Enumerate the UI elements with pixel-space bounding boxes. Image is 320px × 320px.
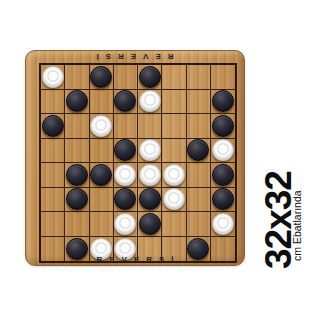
cell-f2[interactable] xyxy=(162,90,186,115)
white-disc[interactable] xyxy=(163,188,185,210)
board-grid[interactable] xyxy=(39,63,237,263)
black-disc[interactable] xyxy=(42,115,64,137)
cell-f4[interactable] xyxy=(162,139,186,164)
black-disc[interactable] xyxy=(212,188,234,210)
cell-g7[interactable] xyxy=(187,212,211,237)
cell-f5[interactable] xyxy=(162,163,186,188)
black-disc[interactable] xyxy=(114,188,136,210)
cell-b5[interactable] xyxy=(65,163,89,188)
cell-e4[interactable] xyxy=(138,139,162,164)
white-disc[interactable] xyxy=(114,213,136,235)
white-disc[interactable] xyxy=(139,164,161,186)
board-title-top: REVERSİ xyxy=(26,52,244,61)
white-disc[interactable] xyxy=(139,139,161,161)
black-disc[interactable] xyxy=(114,90,136,112)
black-disc[interactable] xyxy=(90,66,112,88)
black-disc[interactable] xyxy=(212,90,234,112)
cell-b1[interactable] xyxy=(65,65,89,90)
white-disc[interactable] xyxy=(114,164,136,186)
cell-c7[interactable] xyxy=(90,212,114,237)
product-photo-scene: REVERSİ REVERSİ 32x32 cm Ebatlarında xyxy=(0,0,320,320)
black-disc[interactable] xyxy=(66,164,88,186)
white-disc[interactable] xyxy=(139,90,161,112)
cell-a2[interactable] xyxy=(41,90,65,115)
reversi-board: REVERSİ REVERSİ xyxy=(25,50,245,266)
cell-c6[interactable] xyxy=(90,188,114,213)
cell-c4[interactable] xyxy=(90,139,114,164)
cell-d3[interactable] xyxy=(114,114,138,139)
cell-d7[interactable] xyxy=(114,212,138,237)
cell-f6[interactable] xyxy=(162,188,186,213)
cell-b6[interactable] xyxy=(65,188,89,213)
black-disc[interactable] xyxy=(139,66,161,88)
cell-g2[interactable] xyxy=(187,90,211,115)
white-disc[interactable] xyxy=(90,115,112,137)
white-disc[interactable] xyxy=(212,139,234,161)
cell-a4[interactable] xyxy=(41,139,65,164)
cell-a1[interactable] xyxy=(41,65,65,90)
black-disc[interactable] xyxy=(212,115,234,137)
cell-a5[interactable] xyxy=(41,163,65,188)
cell-h6[interactable] xyxy=(211,188,235,213)
cell-a7[interactable] xyxy=(41,212,65,237)
cell-d2[interactable] xyxy=(114,90,138,115)
cell-g5[interactable] xyxy=(187,163,211,188)
cell-e6[interactable] xyxy=(138,188,162,213)
cell-c3[interactable] xyxy=(90,114,114,139)
cell-f7[interactable] xyxy=(162,212,186,237)
cell-e3[interactable] xyxy=(138,114,162,139)
black-disc[interactable] xyxy=(114,139,136,161)
cell-b2[interactable] xyxy=(65,90,89,115)
cell-c5[interactable] xyxy=(90,163,114,188)
cell-d5[interactable] xyxy=(114,163,138,188)
black-disc[interactable] xyxy=(139,213,161,235)
cell-b3[interactable] xyxy=(65,114,89,139)
cell-h5[interactable] xyxy=(211,163,235,188)
cell-g1[interactable] xyxy=(187,65,211,90)
black-disc[interactable] xyxy=(187,139,209,161)
size-unit-annotation: cm Ebatlarında xyxy=(292,190,303,261)
cell-g4[interactable] xyxy=(187,139,211,164)
cell-g3[interactable] xyxy=(187,114,211,139)
cell-b7[interactable] xyxy=(65,212,89,237)
cell-a3[interactable] xyxy=(41,114,65,139)
cell-d6[interactable] xyxy=(114,188,138,213)
white-disc[interactable] xyxy=(42,66,64,88)
cell-f3[interactable] xyxy=(162,114,186,139)
cell-h1[interactable] xyxy=(211,65,235,90)
black-disc[interactable] xyxy=(139,188,161,210)
cell-e5[interactable] xyxy=(138,163,162,188)
black-disc[interactable] xyxy=(90,164,112,186)
black-disc[interactable] xyxy=(212,164,234,186)
cell-a6[interactable] xyxy=(41,188,65,213)
cell-c1[interactable] xyxy=(90,65,114,90)
board-title-bottom: REVERSİ xyxy=(26,255,244,264)
white-disc[interactable] xyxy=(212,213,234,235)
black-disc[interactable] xyxy=(66,90,88,112)
cell-e2[interactable] xyxy=(138,90,162,115)
cell-e1[interactable] xyxy=(138,65,162,90)
cell-h4[interactable] xyxy=(211,139,235,164)
cell-f1[interactable] xyxy=(162,65,186,90)
cell-d1[interactable] xyxy=(114,65,138,90)
cell-e7[interactable] xyxy=(138,212,162,237)
cell-h7[interactable] xyxy=(211,212,235,237)
cell-g6[interactable] xyxy=(187,188,211,213)
cell-c2[interactable] xyxy=(90,90,114,115)
cell-h2[interactable] xyxy=(211,90,235,115)
cell-h3[interactable] xyxy=(211,114,235,139)
white-disc[interactable] xyxy=(163,164,185,186)
black-disc[interactable] xyxy=(66,188,88,210)
cell-d4[interactable] xyxy=(114,139,138,164)
cell-b4[interactable] xyxy=(65,139,89,164)
